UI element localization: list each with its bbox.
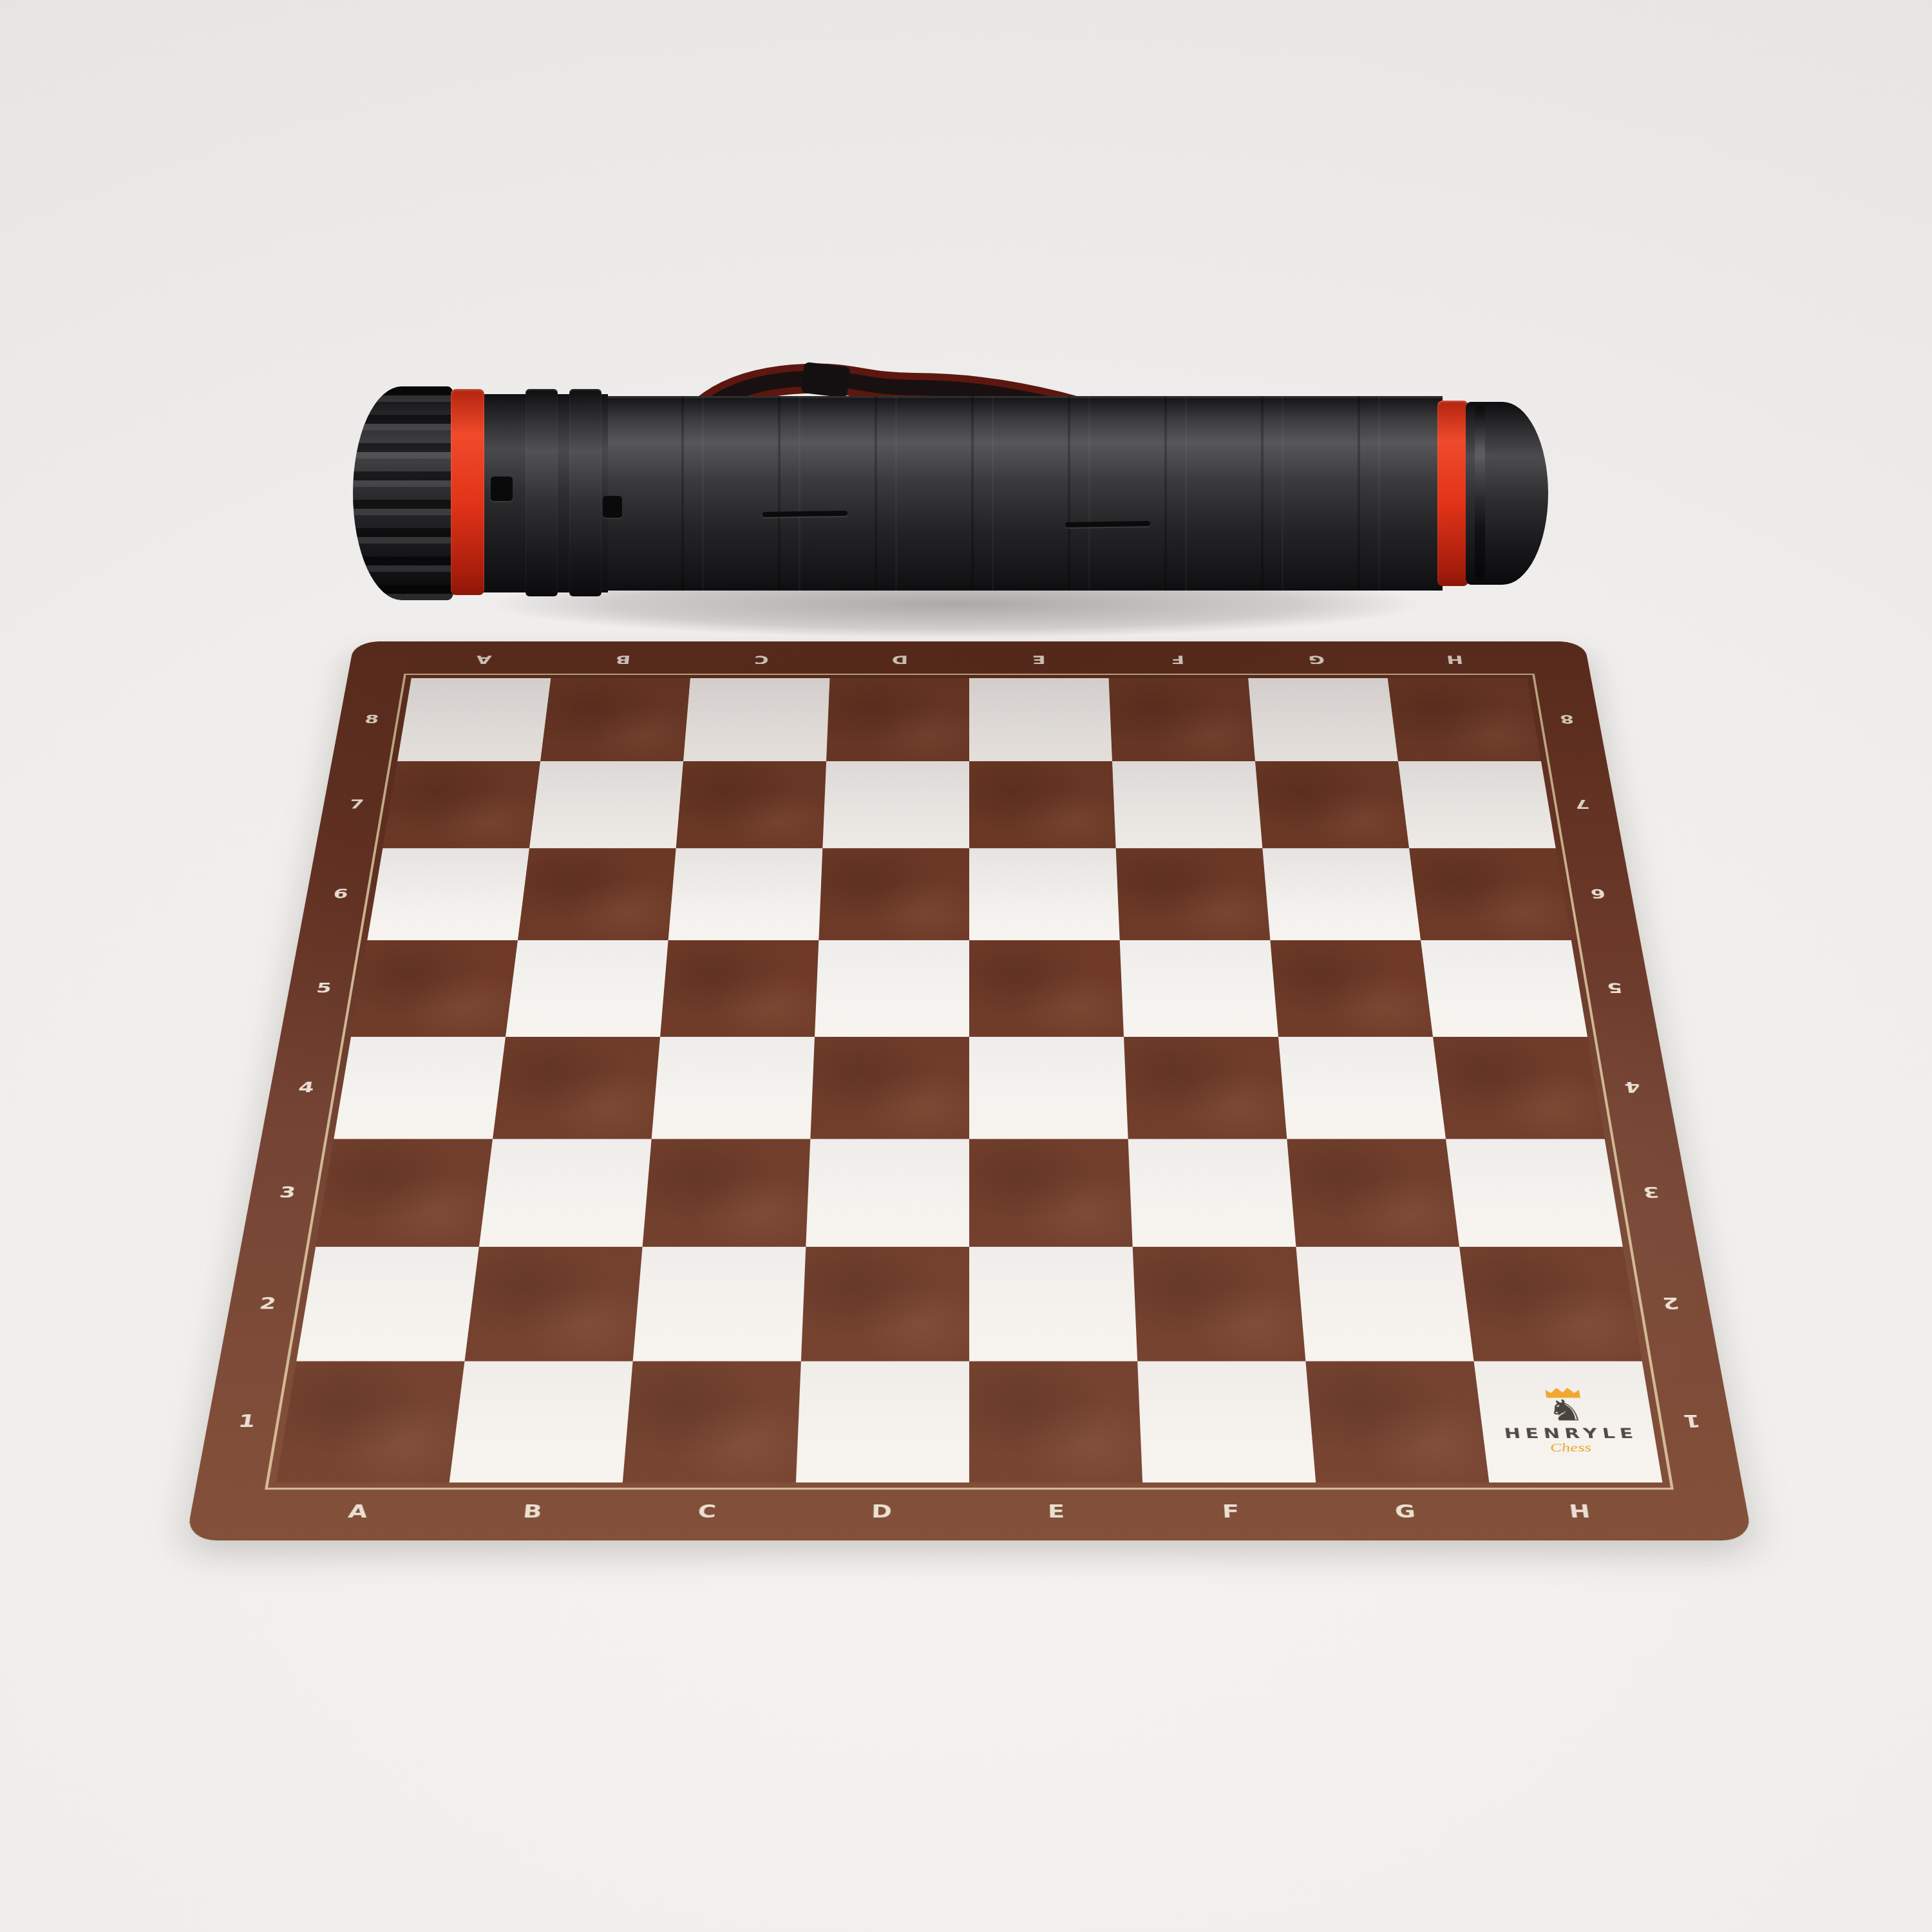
square-e5 — [969, 940, 1124, 1037]
square-a6 — [367, 848, 529, 940]
square-f7 — [1112, 761, 1262, 848]
coord-label-e: E — [1032, 654, 1046, 666]
square-a8 — [397, 678, 551, 761]
coord-label-4: 4 — [298, 1080, 316, 1094]
square-g1 — [1305, 1361, 1489, 1482]
square-e2 — [969, 1247, 1137, 1361]
square-h4 — [1433, 1037, 1605, 1139]
square-h2 — [1459, 1247, 1642, 1361]
chess-mat: ABCDEFGH ABCDEFGH 87654321 87654321 ♞ HE… — [185, 641, 1752, 1540]
tube-slot-hole — [491, 477, 513, 501]
coord-label-7: 7 — [348, 798, 366, 810]
square-f2 — [1133, 1247, 1306, 1361]
coord-label-8: 8 — [1558, 714, 1575, 725]
square-d7 — [822, 761, 969, 848]
square-f3 — [1128, 1139, 1296, 1247]
square-e1 — [969, 1361, 1142, 1482]
square-b8 — [540, 678, 690, 761]
brand-logo: ♞ HENRYLE Chess — [1474, 1361, 1663, 1482]
tube-collar-band — [526, 389, 558, 596]
scene: { "game": "chess", "position": "8/8/8/8/… — [0, 0, 1932, 1932]
tube-slot-hole — [603, 496, 622, 518]
square-f5 — [1120, 940, 1278, 1037]
square-g2 — [1296, 1247, 1473, 1361]
coord-label-f: F — [1170, 654, 1185, 666]
square-e8 — [969, 678, 1112, 761]
square-c5 — [660, 940, 819, 1037]
square-e3 — [969, 1139, 1133, 1247]
coord-label-1: 1 — [1681, 1412, 1701, 1430]
square-h5 — [1421, 940, 1587, 1037]
square-d4 — [810, 1037, 969, 1139]
coord-label-g: G — [1394, 1502, 1417, 1520]
square-b4 — [493, 1037, 660, 1139]
coord-label-5: 5 — [1605, 981, 1623, 994]
square-d8 — [826, 678, 969, 761]
board-grid — [276, 678, 1663, 1482]
square-d2 — [801, 1247, 969, 1361]
coord-label-h: H — [1445, 654, 1464, 666]
coord-label-3: 3 — [1641, 1184, 1660, 1200]
square-d5 — [815, 940, 969, 1037]
coord-label-b: B — [522, 1502, 544, 1520]
mat-border: ABCDEFGH ABCDEFGH 87654321 87654321 ♞ HE… — [185, 641, 1752, 1540]
square-c3 — [643, 1139, 811, 1247]
square-g5 — [1270, 940, 1433, 1037]
square-h7 — [1398, 761, 1556, 848]
square-f6 — [1116, 848, 1271, 940]
square-c7 — [676, 761, 826, 848]
coord-label-c: C — [753, 654, 769, 666]
square-f1 — [1137, 1361, 1316, 1482]
square-d6 — [819, 848, 969, 940]
square-f4 — [1124, 1037, 1287, 1139]
tube-left-cap — [353, 386, 453, 600]
coord-label-7: 7 — [1573, 798, 1590, 810]
coords-far: ABCDEFGH — [412, 641, 1528, 678]
knight-icon: ♞ — [1545, 1397, 1586, 1425]
square-a2 — [296, 1247, 479, 1361]
square-d3 — [806, 1139, 969, 1247]
tube-red-ring-right — [1437, 401, 1468, 586]
brand-name: HENRYLE — [1498, 1425, 1639, 1441]
coord-label-6: 6 — [1589, 887, 1606, 900]
coord-label-g: G — [1307, 654, 1325, 666]
square-d1 — [796, 1361, 969, 1482]
coord-label-f: F — [1222, 1502, 1240, 1520]
square-a7 — [383, 761, 540, 848]
coord-label-b: B — [614, 654, 631, 666]
square-h3 — [1446, 1139, 1623, 1247]
square-b5 — [506, 940, 668, 1037]
coord-label-a: A — [347, 1502, 370, 1520]
coord-label-6: 6 — [332, 887, 350, 900]
square-a3 — [316, 1139, 493, 1247]
coord-label-d: D — [891, 654, 909, 666]
tube-red-ring-left — [451, 389, 484, 595]
square-c1 — [623, 1361, 801, 1482]
square-g8 — [1248, 678, 1398, 761]
square-f8 — [1109, 678, 1255, 761]
square-e6 — [969, 848, 1120, 940]
coord-label-2: 2 — [1660, 1295, 1680, 1311]
square-e4 — [969, 1037, 1128, 1139]
coord-label-8: 8 — [364, 714, 381, 725]
square-b7 — [529, 761, 683, 848]
square-c4 — [652, 1037, 815, 1139]
coord-label-a: A — [475, 654, 493, 666]
chess-tube — [353, 385, 1548, 601]
crown-icon — [1545, 1388, 1580, 1397]
coord-label-1: 1 — [237, 1412, 258, 1430]
coord-label-h: H — [1568, 1502, 1592, 1520]
square-h8 — [1388, 678, 1541, 761]
square-g3 — [1287, 1139, 1459, 1247]
square-g4 — [1278, 1037, 1446, 1139]
square-b1 — [450, 1361, 633, 1482]
square-b6 — [518, 848, 676, 940]
square-c2 — [633, 1247, 806, 1361]
square-b2 — [464, 1247, 642, 1361]
coords-near: ABCDEFGH — [266, 1482, 1672, 1540]
coord-label-e: E — [1048, 1502, 1066, 1520]
brand-subtitle: Chess — [1549, 1441, 1593, 1454]
square-h6 — [1409, 848, 1571, 940]
square-g7 — [1255, 761, 1409, 848]
coord-label-5: 5 — [315, 981, 333, 994]
coord-label-d: D — [871, 1502, 893, 1520]
square-a5 — [351, 940, 518, 1037]
square-e7 — [969, 761, 1116, 848]
square-g6 — [1262, 848, 1421, 940]
coord-label-4: 4 — [1622, 1080, 1641, 1094]
square-c6 — [668, 848, 823, 940]
square-c8 — [683, 678, 829, 761]
tube-collar-band — [569, 389, 601, 596]
tube-right-cap — [1466, 402, 1548, 585]
square-b3 — [479, 1139, 652, 1247]
coord-label-3: 3 — [278, 1184, 298, 1200]
coord-label-2: 2 — [258, 1295, 278, 1311]
tube-body — [605, 396, 1443, 591]
square-a4 — [334, 1037, 506, 1139]
square-a1 — [276, 1361, 465, 1482]
coord-label-c: C — [697, 1502, 717, 1520]
